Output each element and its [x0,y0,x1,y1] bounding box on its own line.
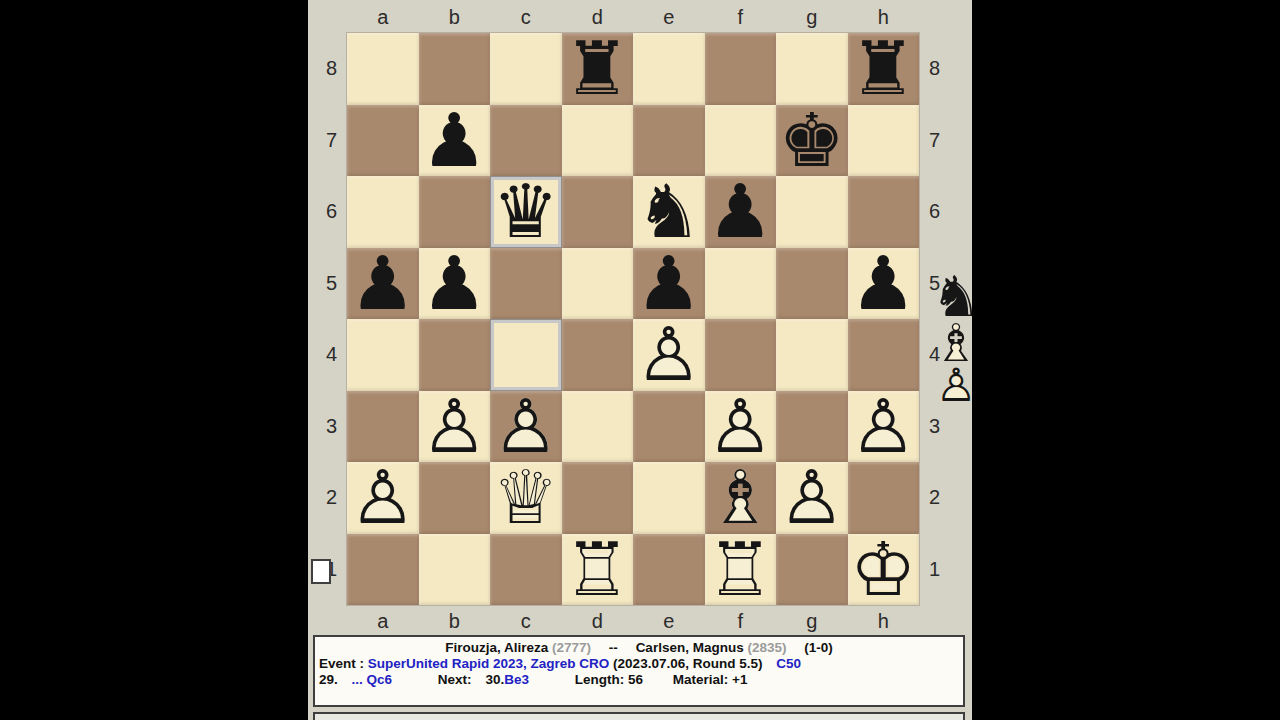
moves-line: 29. ... Qc6 Next: 30.Be3 Length: 56 Mate… [315,672,963,688]
coord-label-c: c [490,608,562,634]
square-b3[interactable]: ♟♙ [419,391,491,463]
move-number: 29. [319,672,338,687]
coord-label-d: d [562,608,634,634]
white-bishop: ♝♗ [705,462,777,534]
square-a2[interactable]: ♟♙ [347,462,419,534]
square-b5[interactable]: ♟ [419,248,491,320]
next-label: Next: [438,672,472,687]
square-f7[interactable] [705,105,777,177]
length-label: Length: [575,672,625,687]
square-e7[interactable] [633,105,705,177]
square-g1[interactable] [776,534,848,606]
square-h3[interactable]: ♟♙ [848,391,920,463]
coord-label-f: f [705,608,777,634]
players-line: Firouzja, Alireza (2777) -- Carlsen, Mag… [315,640,963,656]
square-c8[interactable] [490,33,562,105]
event-line: Event : SuperUnited Rapid 2023, Zagreb C… [315,656,963,672]
next-move-number: 30. [485,672,504,687]
square-d4[interactable] [562,319,634,391]
coord-label-2: 2 [308,462,344,534]
square-f4[interactable] [705,319,777,391]
black-king: ♚ [776,105,848,177]
coord-label-g: g [776,4,848,30]
game-info-panel: Firouzja, Alireza (2777) -- Carlsen, Mag… [313,635,965,707]
square-c5[interactable] [490,248,562,320]
square-g4[interactable] [776,319,848,391]
square-e3[interactable] [633,391,705,463]
coord-label-4: 4 [308,319,344,391]
coord-label-d: d [562,4,634,30]
square-e6[interactable]: ♞ [633,176,705,248]
captured-pieces-tray: ♞♝♗♟♙ [932,273,980,405]
chess-viewer: abcdefgh abcdefgh 87654321 87654321 ♜♜♟♚… [308,0,972,720]
coord-label-b: b [419,608,491,634]
square-a5[interactable]: ♟ [347,248,419,320]
square-a1[interactable] [347,534,419,606]
square-g5[interactable] [776,248,848,320]
white-player-rating: (2777) [552,640,591,655]
square-a3[interactable] [347,391,419,463]
black-pawn: ♟ [419,248,491,320]
white-rook: ♜♖ [705,534,777,606]
square-h4[interactable] [848,319,920,391]
square-h7[interactable] [848,105,920,177]
coord-label-b: b [419,4,491,30]
square-c3[interactable]: ♟♙ [490,391,562,463]
white-pawn: ♟♙ [776,462,848,534]
coord-label-8: 8 [308,33,344,105]
event-details: (2023.07.06, Round 5.5) [613,656,762,671]
square-c1[interactable] [490,534,562,606]
white-king: ♚♔ [848,534,920,606]
square-c2[interactable]: ♛♕ [490,462,562,534]
file-labels-top: abcdefgh [347,4,919,30]
square-d3[interactable] [562,391,634,463]
square-b1[interactable] [419,534,491,606]
coord-label-7: 7 [920,105,954,177]
square-b4[interactable] [419,319,491,391]
square-h8[interactable]: ♜ [848,33,920,105]
eco-code: C50 [776,656,801,671]
black-player-name: Carlsen, Magnus [636,640,744,655]
black-player-rating: (2835) [747,640,786,655]
square-e1[interactable] [633,534,705,606]
square-g3[interactable] [776,391,848,463]
white-pawn: ♟♙ [490,391,562,463]
square-e4[interactable]: ♟♙ [633,319,705,391]
coord-label-e: e [633,608,705,634]
square-a8[interactable] [347,33,419,105]
square-f5[interactable] [705,248,777,320]
coord-label-f: f [705,4,777,30]
square-f6[interactable]: ♟ [705,176,777,248]
square-f8[interactable] [705,33,777,105]
square-e8[interactable] [633,33,705,105]
length-value: 56 [628,672,643,687]
black-queen: ♛ [490,176,562,248]
coord-label-h: h [848,4,920,30]
square-g7[interactable]: ♚ [776,105,848,177]
black-rook: ♜ [562,33,634,105]
white-to-move-indicator [311,559,331,584]
chess-board[interactable]: ♜♜♟♚♛♞♟♟♟♟♟♟♙♟♙♟♙♟♙♟♙♟♙♛♕♝♗♟♙♜♖♜♖♚♔ [347,33,919,605]
captured-white-bishop: ♝♗ [932,321,980,365]
square-f1[interactable]: ♜♖ [705,534,777,606]
square-b7[interactable]: ♟ [419,105,491,177]
square-c6[interactable]: ♛ [490,176,562,248]
square-d1[interactable]: ♜♖ [562,534,634,606]
white-rook: ♜♖ [562,534,634,606]
event-name: SuperUnited Rapid 2023, Zagreb CRO [368,656,610,671]
white-pawn: ♟♙ [848,391,920,463]
square-e5[interactable]: ♟ [633,248,705,320]
white-player-name: Firouzja, Alireza [445,640,548,655]
white-pawn: ♟♙ [347,462,419,534]
file-labels-bottom: abcdefgh [347,608,919,634]
coord-label-6: 6 [308,176,344,248]
square-h2[interactable] [848,462,920,534]
square-d2[interactable] [562,462,634,534]
captured-black-knight: ♞ [932,273,980,321]
material-label: Material: [673,672,729,687]
square-d7[interactable] [562,105,634,177]
last-move: ... Qc6 [352,672,393,687]
square-a4[interactable] [347,319,419,391]
square-g6[interactable] [776,176,848,248]
coord-label-3: 3 [308,391,344,463]
coord-label-a: a [347,608,419,634]
next-move: Be3 [504,672,529,687]
coord-label-5: 5 [308,248,344,320]
square-c4[interactable] [490,319,562,391]
coord-label-e: e [633,4,705,30]
coord-label-7: 7 [308,105,344,177]
game-result: (1-0) [804,640,833,655]
square-c7[interactable] [490,105,562,177]
square-b2[interactable] [419,462,491,534]
captured-white-pawn: ♟♙ [932,365,980,405]
white-pawn: ♟♙ [419,391,491,463]
coord-label-1: 1 [920,534,954,606]
white-queen: ♛♕ [490,462,562,534]
event-label: Event : [319,656,364,671]
black-pawn: ♟ [419,105,491,177]
square-d6[interactable] [562,176,634,248]
square-a7[interactable] [347,105,419,177]
black-rook: ♜ [848,33,920,105]
black-knight: ♞ [633,176,705,248]
square-g2[interactable]: ♟♙ [776,462,848,534]
coord-label-c: c [490,4,562,30]
square-h1[interactable]: ♚♔ [848,534,920,606]
white-pawn: ♟♙ [932,365,980,405]
black-pawn: ♟ [848,248,920,320]
square-b6[interactable] [419,176,491,248]
square-b8[interactable] [419,33,491,105]
coord-label-6: 6 [920,176,954,248]
square-f2[interactable]: ♝♗ [705,462,777,534]
rank-labels-left: 87654321 [308,33,344,605]
coord-label-a: a [347,4,419,30]
black-pawn: ♟ [705,176,777,248]
square-g8[interactable] [776,33,848,105]
players-separator: -- [609,640,618,655]
square-d5[interactable] [562,248,634,320]
square-d8[interactable]: ♜ [562,33,634,105]
coord-label-h: h [848,608,920,634]
white-pawn: ♟♙ [705,391,777,463]
square-a6[interactable] [347,176,419,248]
black-pawn: ♟ [633,248,705,320]
square-h5[interactable]: ♟ [848,248,920,320]
white-pawn: ♟♙ [633,319,705,391]
coord-label-2: 2 [920,462,954,534]
material-value: +1 [732,672,747,687]
bottom-panel-edge [313,712,965,720]
square-f3[interactable]: ♟♙ [705,391,777,463]
square-h6[interactable] [848,176,920,248]
black-knight: ♞ [932,273,980,321]
coord-label-g: g [776,608,848,634]
square-e2[interactable] [633,462,705,534]
white-bishop: ♝♗ [932,321,980,365]
coord-label-8: 8 [920,33,954,105]
black-pawn: ♟ [347,248,419,320]
